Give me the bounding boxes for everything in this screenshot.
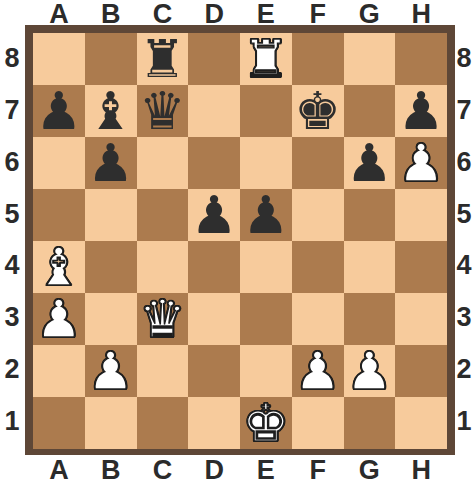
square-f7[interactable]: ♚	[292, 85, 344, 137]
white-bishop-a4[interactable]: ♝	[36, 241, 83, 293]
black-pawn-e5[interactable]: ♟	[243, 189, 290, 241]
square-c8[interactable]: ♜	[137, 33, 189, 85]
square-c5[interactable]	[137, 189, 189, 241]
square-f3[interactable]	[292, 293, 344, 345]
square-a1[interactable]	[33, 397, 85, 449]
square-a3[interactable]: ♟	[33, 293, 85, 345]
square-g1[interactable]	[344, 397, 396, 449]
square-f2[interactable]: ♟	[292, 345, 344, 397]
square-d7[interactable]	[188, 85, 240, 137]
black-queen-c7[interactable]: ♛	[139, 85, 186, 137]
black-pawn-h7[interactable]: ♟	[398, 85, 445, 137]
black-pawn-d5[interactable]: ♟	[191, 189, 238, 241]
white-queen-c3[interactable]: ♛	[139, 293, 186, 345]
square-d4[interactable]	[188, 241, 240, 293]
rank-labels-right: 87654321	[454, 33, 474, 447]
rank-label-4: 4	[0, 240, 24, 292]
white-rook-e8[interactable]: ♜	[243, 33, 290, 85]
black-pawn-a7[interactable]: ♟	[36, 85, 83, 137]
file-label-b: B	[85, 455, 137, 481]
white-pawn-a3[interactable]: ♟	[36, 293, 83, 345]
black-king-f7[interactable]: ♚	[294, 85, 341, 137]
square-g5[interactable]	[344, 189, 396, 241]
square-c6[interactable]	[137, 137, 189, 189]
square-e2[interactable]	[240, 345, 292, 397]
square-g6[interactable]: ♟	[344, 137, 396, 189]
file-label-g: G	[344, 455, 396, 481]
white-pawn-h6[interactable]: ♟	[398, 137, 445, 189]
square-g4[interactable]	[344, 241, 396, 293]
rank-label-3: 3	[0, 292, 24, 344]
square-a7[interactable]: ♟	[33, 85, 85, 137]
rank-label-8: 8	[454, 33, 474, 85]
black-rook-c8[interactable]: ♜	[139, 33, 186, 85]
square-b1[interactable]	[85, 397, 137, 449]
square-d1[interactable]	[188, 397, 240, 449]
black-bishop-b7[interactable]: ♝	[87, 85, 134, 137]
square-e3[interactable]	[240, 293, 292, 345]
square-f8[interactable]	[292, 33, 344, 85]
rank-label-7: 7	[454, 85, 474, 137]
square-g2[interactable]: ♟	[344, 345, 396, 397]
square-c7[interactable]: ♛	[137, 85, 189, 137]
file-label-e: E	[240, 455, 292, 481]
square-f4[interactable]	[292, 241, 344, 293]
square-h7[interactable]: ♟	[395, 85, 447, 137]
square-h6[interactable]: ♟	[395, 137, 447, 189]
rank-label-5: 5	[0, 188, 24, 240]
rank-labels-left: 87654321	[0, 33, 24, 447]
square-d6[interactable]	[188, 137, 240, 189]
rank-label-6: 6	[454, 137, 474, 189]
rank-label-6: 6	[0, 137, 24, 189]
square-b2[interactable]: ♟	[85, 345, 137, 397]
white-pawn-f2[interactable]: ♟	[294, 345, 341, 397]
square-b8[interactable]	[85, 33, 137, 85]
square-c1[interactable]	[137, 397, 189, 449]
file-label-f: F	[292, 455, 344, 481]
square-d2[interactable]	[188, 345, 240, 397]
file-labels-bottom: ABCDEFGH	[33, 455, 447, 481]
black-pawn-b6[interactable]: ♟	[87, 137, 134, 189]
white-pawn-b2[interactable]: ♟	[87, 345, 134, 397]
square-g7[interactable]	[344, 85, 396, 137]
file-label-c: C	[137, 455, 189, 481]
square-g8[interactable]	[344, 33, 396, 85]
square-d3[interactable]	[188, 293, 240, 345]
rank-label-3: 3	[454, 292, 474, 344]
white-king-e1[interactable]: ♚	[243, 397, 290, 449]
square-h3[interactable]	[395, 293, 447, 345]
square-h5[interactable]	[395, 189, 447, 241]
file-label-a: A	[33, 455, 85, 481]
square-h4[interactable]	[395, 241, 447, 293]
square-b4[interactable]	[85, 241, 137, 293]
square-b6[interactable]: ♟	[85, 137, 137, 189]
chess-diagram: ABCDEFGH 87654321 ♜♜♟♝♛♚♟♟♟♟♟♟♝♟♛♟♟♟♚ 87…	[0, 0, 474, 481]
file-label-h: H	[395, 455, 447, 481]
white-pawn-g2[interactable]: ♟	[346, 345, 393, 397]
square-a4[interactable]: ♝	[33, 241, 85, 293]
square-h8[interactable]	[395, 33, 447, 85]
square-e6[interactable]	[240, 137, 292, 189]
rank-label-1: 1	[0, 395, 24, 447]
square-f6[interactable]	[292, 137, 344, 189]
file-labels-top: ABCDEFGH	[33, 0, 447, 25]
file-label-d: D	[188, 455, 240, 481]
square-b3[interactable]	[85, 293, 137, 345]
square-b7[interactable]: ♝	[85, 85, 137, 137]
square-e8[interactable]: ♜	[240, 33, 292, 85]
square-d5[interactable]: ♟	[188, 189, 240, 241]
square-f1[interactable]	[292, 397, 344, 449]
square-f5[interactable]	[292, 189, 344, 241]
square-e7[interactable]	[240, 85, 292, 137]
square-a6[interactable]	[33, 137, 85, 189]
square-g3[interactable]	[344, 293, 396, 345]
black-pawn-g6[interactable]: ♟	[346, 137, 393, 189]
board: ♜♜♟♝♛♚♟♟♟♟♟♟♝♟♛♟♟♟♚	[25, 25, 455, 455]
square-c3[interactable]: ♛	[137, 293, 189, 345]
rank-label-1: 1	[454, 395, 474, 447]
rank-label-2: 2	[454, 344, 474, 396]
rank-label-7: 7	[0, 85, 24, 137]
square-d8[interactable]	[188, 33, 240, 85]
square-e5[interactable]: ♟	[240, 189, 292, 241]
rank-label-5: 5	[454, 188, 474, 240]
square-a8[interactable]	[33, 33, 85, 85]
square-a2[interactable]	[33, 345, 85, 397]
square-e4[interactable]	[240, 241, 292, 293]
square-c2[interactable]	[137, 345, 189, 397]
square-a5[interactable]	[33, 189, 85, 241]
rank-label-8: 8	[0, 33, 24, 85]
square-h1[interactable]	[395, 397, 447, 449]
rank-label-2: 2	[0, 344, 24, 396]
square-b5[interactable]	[85, 189, 137, 241]
square-e1[interactable]: ♚	[240, 397, 292, 449]
rank-label-4: 4	[454, 240, 474, 292]
square-c4[interactable]	[137, 241, 189, 293]
square-h2[interactable]	[395, 345, 447, 397]
